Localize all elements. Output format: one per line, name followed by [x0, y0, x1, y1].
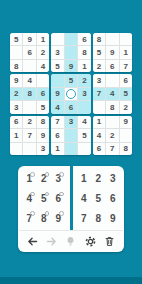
notes-pad-digit-4[interactable]: 4 — [22, 189, 37, 209]
notes-mode-dot — [59, 172, 64, 177]
notes-pad-digit-9[interactable]: 9 — [51, 208, 66, 228]
notes-mode-dot — [30, 192, 35, 197]
cell-r9c5[interactable] — [65, 143, 77, 155]
cell-r5c8[interactable]: 4 — [106, 88, 118, 100]
box-7: 6281793 — [10, 116, 49, 155]
cell-r6c9[interactable]: 2 — [120, 101, 132, 113]
cell-r2c7[interactable]: 5 — [93, 46, 105, 58]
notes-mode-dot — [30, 211, 35, 216]
cell-r6c5[interactable]: 6 — [65, 101, 77, 113]
cell-r7c1[interactable]: 6 — [10, 116, 22, 128]
cell-r7c3[interactable]: 8 — [37, 116, 49, 128]
cell-r6c8[interactable]: 8 — [106, 101, 118, 113]
cell-r7c5[interactable]: 3 — [65, 116, 77, 128]
cell-r2c1[interactable] — [10, 46, 22, 58]
box-2: 638591 — [51, 33, 90, 72]
cell-r8c2[interactable]: 7 — [23, 129, 35, 141]
cell-r2c8[interactable]: 9 — [106, 46, 118, 58]
sudoku-board: 5916284638591859126794286355293463674582… — [10, 33, 132, 155]
cell-r4c1[interactable]: 9 — [10, 74, 22, 86]
notes-pad-digit-6[interactable]: 6 — [51, 189, 66, 209]
cell-r5c2[interactable]: 8 — [23, 88, 35, 100]
cell-r5c6[interactable]: 3 — [78, 88, 90, 100]
number-pad-digit-2[interactable]: 2 — [91, 169, 106, 189]
toolbar — [18, 231, 124, 252]
cell-r5c1[interactable]: 2 — [10, 88, 22, 100]
cell-r9c4[interactable]: 1 — [51, 143, 63, 155]
cell-r7c9[interactable]: 9 — [120, 116, 132, 128]
redo-arrow-icon — [45, 235, 58, 248]
cell-r9c3[interactable]: 3 — [37, 143, 49, 155]
trash-icon — [103, 235, 116, 248]
numpad-panel: 123456789 123456789 — [18, 166, 124, 252]
cell-r9c9[interactable]: 8 — [120, 143, 132, 155]
cell-r8c3[interactable]: 9 — [37, 129, 49, 141]
box-6: 3674582 — [93, 74, 132, 113]
cell-r5c5[interactable] — [65, 88, 77, 100]
sudoku-app-screen: 5916284638591859126794286355293463674582… — [0, 0, 142, 284]
cell-r2c5[interactable] — [65, 46, 77, 58]
cell-r9c1[interactable] — [10, 143, 22, 155]
redo-button[interactable] — [44, 234, 60, 250]
cell-r4c3[interactable] — [37, 74, 49, 86]
cell-r1c6[interactable]: 6 — [78, 33, 90, 45]
box-4: 9428635 — [10, 74, 49, 113]
cell-r8c9[interactable] — [120, 129, 132, 141]
cell-r1c4[interactable] — [51, 33, 63, 45]
number-pad-digit-4[interactable]: 4 — [77, 189, 92, 209]
cell-r4c9[interactable]: 6 — [120, 74, 132, 86]
cell-r1c3[interactable]: 1 — [37, 33, 49, 45]
cell-r7c2[interactable]: 2 — [23, 116, 35, 128]
cell-r2c4[interactable]: 3 — [51, 46, 63, 58]
box-5: 529346 — [51, 74, 90, 113]
cell-r9c7[interactable]: 6 — [93, 143, 105, 155]
cell-r3c5[interactable]: 9 — [65, 60, 77, 72]
cell-r8c5[interactable] — [65, 129, 77, 141]
cell-r8c7[interactable]: 4 — [93, 129, 105, 141]
cell-r6c4[interactable]: 4 — [51, 101, 63, 113]
cell-r5c4[interactable]: 9 — [51, 88, 63, 100]
cell-r8c1[interactable]: 1 — [10, 129, 22, 141]
notes-mode-dot — [45, 172, 50, 177]
cell-r6c7[interactable] — [93, 101, 105, 113]
cell-r2c3[interactable]: 2 — [37, 46, 49, 58]
notes-mode-dot — [30, 172, 35, 177]
box-9: 1942678 — [93, 116, 132, 155]
cell-r8c4[interactable]: 6 — [51, 129, 63, 141]
cell-r5c9[interactable]: 5 — [120, 88, 132, 100]
cell-r7c7[interactable]: 1 — [93, 116, 105, 128]
cell-r9c2[interactable] — [23, 143, 35, 155]
cell-r1c5[interactable] — [65, 33, 77, 45]
cell-r3c9[interactable]: 7 — [120, 60, 132, 72]
cell-r3c6[interactable]: 1 — [78, 60, 90, 72]
cell-r7c8[interactable] — [106, 116, 118, 128]
box-1: 5916284 — [10, 33, 49, 72]
cell-r3c3[interactable]: 4 — [37, 60, 49, 72]
erase-button[interactable] — [101, 234, 117, 250]
hint-button[interactable] — [63, 234, 79, 250]
number-pad-digit-3[interactable]: 3 — [106, 169, 121, 189]
cell-r9c6[interactable] — [78, 143, 90, 155]
cell-r3c7[interactable]: 2 — [93, 60, 105, 72]
box-8: 734651 — [51, 116, 90, 155]
cell-r8c6[interactable]: 5 — [78, 129, 90, 141]
cell-r3c1[interactable]: 8 — [10, 60, 22, 72]
cell-r3c2[interactable] — [23, 60, 35, 72]
cell-r4c2[interactable]: 4 — [23, 74, 35, 86]
cell-r5c3[interactable]: 6 — [37, 88, 49, 100]
cell-r2c9[interactable]: 1 — [120, 46, 132, 58]
notes-pad-digit-1[interactable]: 1 — [22, 169, 37, 189]
number-pad-digit-9[interactable]: 9 — [106, 208, 121, 228]
navigation-bar — [0, 277, 142, 284]
notes-pad-digit-2[interactable]: 2 — [37, 169, 52, 189]
cell-r1c7[interactable]: 8 — [93, 33, 105, 45]
settings-button[interactable] — [82, 234, 98, 250]
cell-r3c4[interactable]: 5 — [51, 60, 63, 72]
cell-r3c8[interactable]: 6 — [106, 60, 118, 72]
cell-r1c2[interactable]: 9 — [23, 33, 35, 45]
notes-mode-dot — [45, 211, 50, 216]
cell-r2c6[interactable]: 8 — [78, 46, 90, 58]
notes-pad: 123456789 — [18, 166, 70, 230]
lightbulb-icon — [64, 235, 77, 248]
number-pad-digit-7[interactable]: 7 — [77, 208, 92, 228]
cell-r2c2[interactable]: 6 — [23, 46, 35, 58]
undo-button[interactable] — [25, 234, 41, 250]
notes-mode-dot — [45, 192, 50, 197]
notes-pad-digit-8[interactable]: 8 — [37, 208, 52, 228]
cell-r5c7[interactable]: 7 — [93, 88, 105, 100]
cell-r4c4[interactable] — [51, 74, 63, 86]
cell-r6c2[interactable] — [23, 101, 35, 113]
cell-r6c1[interactable]: 3 — [10, 101, 22, 113]
selected-cell-ring — [66, 89, 76, 99]
undo-arrow-icon — [26, 235, 39, 248]
cell-r6c3[interactable]: 5 — [37, 101, 49, 113]
cell-r8c8[interactable]: 2 — [106, 129, 118, 141]
cell-r4c6[interactable]: 2 — [78, 74, 90, 86]
box-3: 8591267 — [93, 33, 132, 72]
cell-r4c5[interactable]: 5 — [65, 74, 77, 86]
cell-r1c9[interactable] — [120, 33, 132, 45]
notes-pad-digit-7[interactable]: 7 — [22, 208, 37, 228]
number-pad-digit-8[interactable]: 8 — [91, 208, 106, 228]
notes-mode-dot — [59, 192, 64, 197]
cell-r1c8[interactable] — [106, 33, 118, 45]
pads-row: 123456789 123456789 — [18, 166, 124, 230]
notes-pad-digit-5[interactable]: 5 — [37, 189, 52, 209]
cell-r9c8[interactable]: 7 — [106, 143, 118, 155]
number-pad-digit-5[interactable]: 5 — [91, 189, 106, 209]
number-pad: 123456789 — [73, 166, 125, 230]
number-pad-digit-1[interactable]: 1 — [77, 169, 92, 189]
number-pad-digit-6[interactable]: 6 — [106, 189, 121, 209]
notes-mode-dot — [59, 211, 64, 216]
cell-r7c6[interactable]: 4 — [78, 116, 90, 128]
gear-icon — [84, 235, 97, 248]
cell-r4c8[interactable] — [106, 74, 118, 86]
cell-r7c4[interactable]: 7 — [51, 116, 63, 128]
cell-r6c6[interactable] — [78, 101, 90, 113]
notes-pad-digit-3[interactable]: 3 — [51, 169, 66, 189]
cell-r4c7[interactable]: 3 — [93, 74, 105, 86]
cell-r1c1[interactable]: 5 — [10, 33, 22, 45]
